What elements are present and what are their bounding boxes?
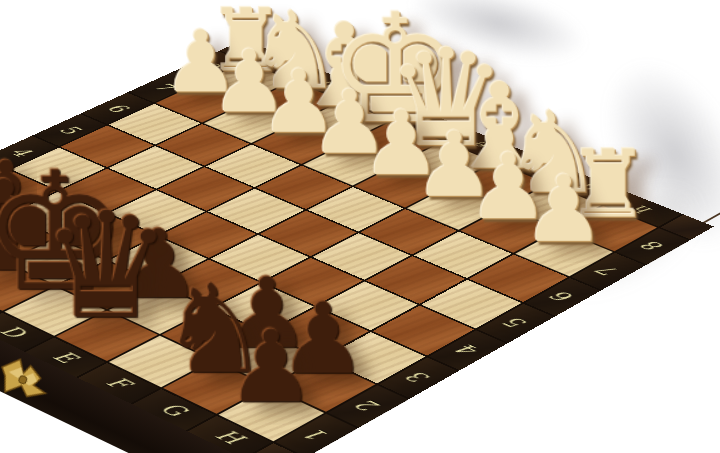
file-label-near-e: E [49, 349, 82, 365]
file-label-far-h: h [631, 204, 655, 216]
file-label-far-a: a [271, 60, 293, 70]
rank-label-right-2: 2 [353, 398, 384, 414]
chess-set-photo: abcdefgh8♜♞♝♚♛♝♞♜87♟♟♟♟♟♟♟♟7665544332♟♟♟… [0, 0, 720, 453]
file-label-near-g: G [156, 401, 191, 419]
file-label-far-b: b [319, 79, 342, 89]
file-label-far-c: c [369, 99, 391, 109]
rank-label-right-7: 7 [594, 264, 623, 278]
rank-label-right-4: 4 [453, 342, 483, 358]
file-label-near-h: H [211, 427, 248, 446]
file-label-near-f: F [102, 375, 135, 392]
rank-label-left-6: 6 [103, 102, 131, 114]
file-label-far-d: d [418, 119, 441, 130]
file-label-far-g: g [576, 182, 600, 193]
rank-label-right-6: 6 [548, 289, 578, 304]
rank-label-right-3: 3 [403, 370, 434, 386]
rank-label-left-8: 8 [196, 60, 223, 72]
file-label-far-e: e [470, 140, 493, 151]
rank-label-left-4: 4 [7, 146, 35, 159]
rank-label-right-1: 1 [300, 427, 332, 444]
rank-label-left-5: 5 [56, 124, 84, 137]
piece-cast-shadow [403, 0, 593, 75]
file-label-far-f: f [525, 161, 544, 170]
file-label-near-d: D [0, 323, 30, 340]
rank-label-left-7: 7 [150, 81, 177, 93]
rank-label-right-5: 5 [501, 316, 531, 331]
rank-label-right-8: 8 [639, 239, 668, 253]
